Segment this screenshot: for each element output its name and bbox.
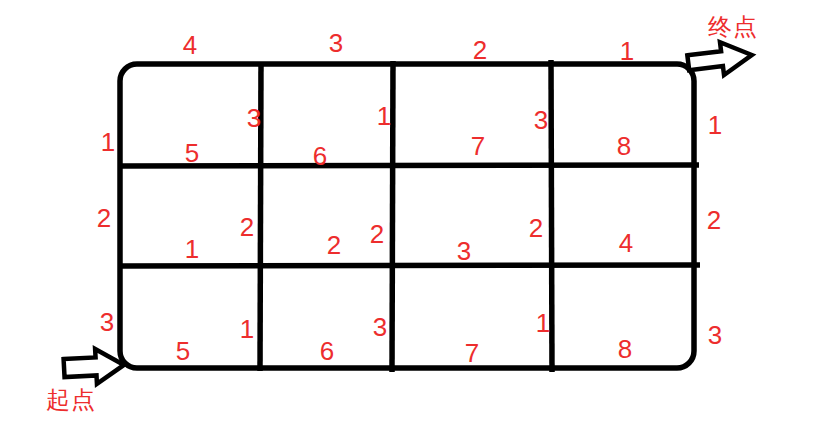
edge-mid1-col3: 7 bbox=[471, 133, 485, 159]
edge-vline1-row1: 3 bbox=[247, 105, 261, 131]
grid-vline-2 bbox=[392, 61, 393, 372]
edge-mid1-col2: 6 bbox=[313, 143, 327, 169]
puzzle-canvas: 终点 起点 4321567812345678123321123321123 bbox=[0, 0, 823, 438]
grid-hline-2 bbox=[119, 265, 700, 266]
start-arrow-icon bbox=[63, 347, 125, 385]
edge-top-col1: 4 bbox=[183, 32, 197, 58]
edge-vline1-row2: 2 bbox=[240, 214, 254, 240]
edge-left-row3: 3 bbox=[100, 309, 114, 335]
edge-vline3-row1: 3 bbox=[534, 107, 548, 133]
edge-vline3-row2: 2 bbox=[529, 215, 543, 241]
edge-bottom-col2: 6 bbox=[320, 338, 334, 364]
edge-mid2-col3: 3 bbox=[457, 238, 471, 264]
edge-top-col3: 2 bbox=[473, 37, 487, 63]
edge-bottom-col1: 5 bbox=[176, 338, 190, 364]
edge-mid2-col4: 4 bbox=[619, 230, 633, 256]
edge-vline3-row3: 1 bbox=[536, 310, 550, 336]
grid-vline-3 bbox=[551, 60, 552, 372]
end-label: 终点 bbox=[708, 15, 758, 39]
grid-hline-1 bbox=[119, 165, 699, 166]
edge-mid1-col1: 5 bbox=[185, 140, 199, 166]
edge-mid2-col2: 2 bbox=[327, 232, 341, 258]
edge-right-row2: 2 bbox=[707, 207, 721, 233]
edge-left-row1: 1 bbox=[101, 129, 115, 155]
board-border bbox=[120, 64, 694, 368]
edge-vline2-row2: 2 bbox=[370, 221, 384, 247]
edge-mid2-col1: 1 bbox=[185, 236, 199, 262]
start-label: 起点 bbox=[46, 388, 96, 412]
edge-bottom-col4: 8 bbox=[618, 336, 632, 362]
end-arrow-icon bbox=[686, 39, 754, 80]
edge-vline2-row3: 3 bbox=[373, 314, 387, 340]
maze-board bbox=[0, 0, 823, 438]
edge-mid1-col4: 8 bbox=[617, 133, 631, 159]
edge-left-row2: 2 bbox=[97, 205, 111, 231]
edge-top-col2: 3 bbox=[329, 30, 343, 56]
edge-right-row3: 3 bbox=[708, 322, 722, 348]
edge-bottom-col3: 7 bbox=[465, 340, 479, 366]
edge-right-row1: 1 bbox=[708, 112, 722, 138]
edge-vline2-row1: 1 bbox=[377, 103, 391, 129]
edge-vline1-row3: 1 bbox=[240, 316, 254, 342]
edge-top-col4: 1 bbox=[620, 38, 634, 64]
